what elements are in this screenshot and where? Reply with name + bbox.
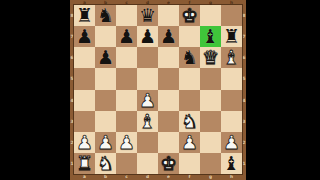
square-f1[interactable] xyxy=(179,153,200,174)
coord-label: c xyxy=(119,175,134,179)
square-f7[interactable] xyxy=(179,26,200,47)
square-a1[interactable]: ♜ xyxy=(74,153,95,174)
coord-label: c xyxy=(119,1,134,5)
coord-label: 2 xyxy=(243,135,246,150)
square-g2[interactable] xyxy=(200,132,221,153)
square-d8[interactable]: ♛ xyxy=(137,5,158,26)
piece-white-queen[interactable]: ♛ xyxy=(202,48,219,67)
coord-label: 6 xyxy=(71,50,74,65)
coord-label: 3 xyxy=(71,114,74,129)
piece-white-pawn[interactable]: ♟ xyxy=(76,132,93,151)
coord-label: a xyxy=(77,175,92,179)
coord-label: 3 xyxy=(243,114,246,129)
coord-label: 7 xyxy=(243,29,246,44)
piece-white-bishop[interactable]: ♝ xyxy=(139,111,156,130)
square-g4[interactable] xyxy=(200,90,221,111)
piece-white-pawn[interactable]: ♟ xyxy=(118,132,135,151)
piece-black-queen[interactable]: ♛ xyxy=(139,6,156,25)
coord-label: 1 xyxy=(243,156,246,171)
square-c1[interactable] xyxy=(116,153,137,174)
piece-white-bishop[interactable]: ♝ xyxy=(223,48,240,67)
square-d4[interactable]: ♟ xyxy=(137,90,158,111)
piece-white-knight[interactable]: ♞ xyxy=(181,111,198,130)
square-b4[interactable] xyxy=(95,90,116,111)
square-g8[interactable] xyxy=(200,5,221,26)
piece-black-pawn[interactable]: ♟ xyxy=(97,48,114,67)
coord-label: 1 xyxy=(71,156,74,171)
square-b3[interactable] xyxy=(95,111,116,132)
piece-white-king[interactable]: ♚ xyxy=(181,6,198,25)
coord-label: 6 xyxy=(243,50,246,65)
coord-label: b xyxy=(98,175,113,179)
coord-label: d xyxy=(140,175,155,179)
coord-label: f xyxy=(182,175,197,179)
coord-label: 2 xyxy=(71,135,74,150)
coord-label: h xyxy=(224,175,239,179)
square-h8[interactable] xyxy=(221,5,242,26)
coord-label: 4 xyxy=(243,92,246,107)
piece-black-rook[interactable]: ♜ xyxy=(76,6,93,25)
square-e7[interactable]: ♟ xyxy=(158,26,179,47)
piece-black-pawn[interactable]: ♟ xyxy=(139,27,156,46)
square-b2[interactable]: ♟ xyxy=(95,132,116,153)
square-c6[interactable] xyxy=(116,47,137,68)
piece-white-pawn[interactable]: ♟ xyxy=(181,132,198,151)
square-a2[interactable]: ♟ xyxy=(74,132,95,153)
square-c4[interactable] xyxy=(116,90,137,111)
square-a5[interactable] xyxy=(74,68,95,89)
coord-label: 8 xyxy=(243,8,246,23)
square-c3[interactable] xyxy=(116,111,137,132)
coord-label: g xyxy=(203,1,218,5)
letterbox-right xyxy=(246,0,320,180)
square-d5[interactable] xyxy=(137,68,158,89)
square-h6[interactable]: ♝ xyxy=(221,47,242,68)
square-f4[interactable] xyxy=(179,90,200,111)
square-h2[interactable]: ♟ xyxy=(221,132,242,153)
letterbox-left xyxy=(0,0,70,180)
square-f6[interactable]: ♞ xyxy=(179,47,200,68)
file-labels-bottom: abcdefgh xyxy=(74,174,242,180)
piece-white-knight[interactable]: ♞ xyxy=(97,153,114,172)
square-a8[interactable]: ♜ xyxy=(74,5,95,26)
piece-black-pawn[interactable]: ♟ xyxy=(118,27,135,46)
square-b8[interactable]: ♞ xyxy=(95,5,116,26)
square-c2[interactable]: ♟ xyxy=(116,132,137,153)
piece-white-pawn[interactable]: ♟ xyxy=(223,132,240,151)
square-b5[interactable] xyxy=(95,68,116,89)
square-a3[interactable] xyxy=(74,111,95,132)
square-a7[interactable]: ♟ xyxy=(74,26,95,47)
square-g1[interactable] xyxy=(200,153,221,174)
piece-white-pawn[interactable]: ♟ xyxy=(139,90,156,109)
piece-white-rook[interactable]: ♜ xyxy=(76,153,93,172)
coord-label: 7 xyxy=(71,29,74,44)
square-d2[interactable] xyxy=(137,132,158,153)
coord-label: e xyxy=(161,175,176,179)
square-d1[interactable] xyxy=(137,153,158,174)
coord-label: 5 xyxy=(243,71,246,86)
square-h1[interactable]: ♝ xyxy=(221,153,242,174)
square-h3[interactable] xyxy=(221,111,242,132)
square-f2[interactable]: ♟ xyxy=(179,132,200,153)
square-f8[interactable]: ♚ xyxy=(179,5,200,26)
square-b7[interactable] xyxy=(95,26,116,47)
square-g6[interactable]: ♛ xyxy=(200,47,221,68)
piece-black-rook[interactable]: ♜ xyxy=(223,27,240,46)
piece-white-king[interactable]: ♚ xyxy=(160,153,177,172)
piece-black-bishop[interactable]: ♝ xyxy=(223,153,240,172)
square-e3[interactable] xyxy=(158,111,179,132)
coord-label: 8 xyxy=(71,8,74,23)
piece-black-bishop[interactable]: ♝ xyxy=(202,27,219,46)
square-g7[interactable]: ♝ xyxy=(200,26,221,47)
square-e1[interactable]: ♚ xyxy=(158,153,179,174)
square-d6[interactable] xyxy=(137,47,158,68)
square-c8[interactable] xyxy=(116,5,137,26)
video-frame: abcdefgh abcdefgh 87654321 87654321 ♜♞♛♚… xyxy=(0,0,320,180)
square-e5[interactable] xyxy=(158,68,179,89)
square-e6[interactable] xyxy=(158,47,179,68)
square-b6[interactable]: ♟ xyxy=(95,47,116,68)
square-b1[interactable]: ♞ xyxy=(95,153,116,174)
piece-black-pawn[interactable]: ♟ xyxy=(76,27,93,46)
coord-label: 5 xyxy=(71,71,74,86)
piece-black-knight[interactable]: ♞ xyxy=(181,48,198,67)
square-e8[interactable] xyxy=(158,5,179,26)
square-f5[interactable] xyxy=(179,68,200,89)
coord-label: g xyxy=(203,175,218,179)
chess-board: abcdefgh abcdefgh 87654321 87654321 ♜♞♛♚… xyxy=(70,0,246,180)
coord-label: h xyxy=(224,1,239,5)
square-e2[interactable] xyxy=(158,132,179,153)
piece-white-pawn[interactable]: ♟ xyxy=(97,132,114,151)
board-squares: ♜♞♛♚♟♟♟♟♝♜♟♞♛♝♟♝♞♟♟♟♟♟♜♞♚♝ xyxy=(74,5,242,174)
square-g5[interactable] xyxy=(200,68,221,89)
square-g3[interactable] xyxy=(200,111,221,132)
square-c5[interactable] xyxy=(116,68,137,89)
piece-black-pawn[interactable]: ♟ xyxy=(160,27,177,46)
piece-black-knight[interactable]: ♞ xyxy=(97,6,114,25)
square-h5[interactable] xyxy=(221,68,242,89)
coord-label: 4 xyxy=(71,92,74,107)
square-d3[interactable]: ♝ xyxy=(137,111,158,132)
square-h7[interactable]: ♜ xyxy=(221,26,242,47)
square-h4[interactable] xyxy=(221,90,242,111)
coord-label: e xyxy=(161,1,176,5)
square-c7[interactable]: ♟ xyxy=(116,26,137,47)
square-e4[interactable] xyxy=(158,90,179,111)
square-a6[interactable] xyxy=(74,47,95,68)
square-d7[interactable]: ♟ xyxy=(137,26,158,47)
rank-labels-right: 87654321 xyxy=(242,5,246,174)
square-a4[interactable] xyxy=(74,90,95,111)
square-f3[interactable]: ♞ xyxy=(179,111,200,132)
